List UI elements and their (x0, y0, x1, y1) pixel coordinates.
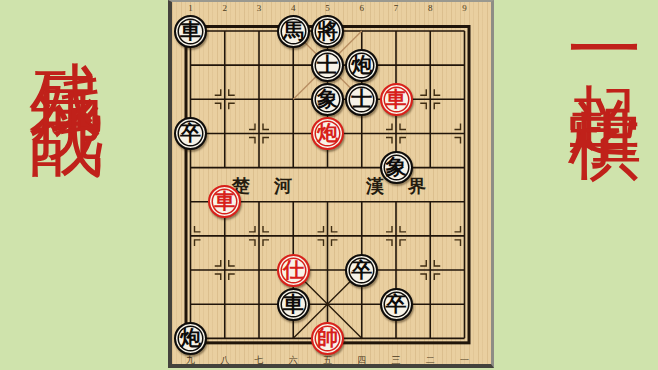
file-label-bottom: 六 (283, 354, 303, 367)
file-label-top: 5 (318, 3, 338, 13)
left-banner-text: 残局挑战 (22, 2, 112, 62)
file-label-top: 1 (181, 3, 201, 13)
river-char-he: 河 (272, 174, 294, 198)
piece-black-cannon[interactable]: 炮 (345, 49, 378, 82)
file-label-bottom: 一 (455, 354, 475, 367)
file-label-bottom: 七 (249, 354, 269, 367)
piece-black-chariot[interactable]: 車 (174, 15, 207, 48)
piece-red-chariot[interactable]: 車 (380, 83, 413, 116)
piece-black-elephant[interactable]: 象 (311, 83, 344, 116)
file-label-top: 4 (283, 3, 303, 13)
file-label-top: 9 (455, 3, 475, 13)
piece-red-general[interactable]: 帥 (311, 322, 344, 355)
file-label-bottom: 二 (420, 354, 440, 367)
file-label-top: 2 (215, 3, 235, 13)
piece-black-cannon[interactable]: 炮 (174, 322, 207, 355)
piece-black-pawn[interactable]: 卒 (345, 254, 378, 287)
piece-black-advisor[interactable]: 士 (311, 49, 344, 82)
file-label-bottom: 五 (318, 354, 338, 367)
piece-black-general[interactable]: 將 (311, 15, 344, 48)
piece-black-elephant[interactable]: 象 (380, 151, 413, 184)
file-label-bottom: 四 (352, 354, 372, 367)
file-label-top: 6 (352, 3, 372, 13)
file-label-bottom: 三 (386, 354, 406, 367)
piece-red-advisor[interactable]: 仕 (277, 254, 310, 287)
file-label-bottom: 九 (181, 354, 201, 367)
file-label-top: 3 (249, 3, 269, 13)
piece-red-cannon[interactable]: 炮 (311, 117, 344, 150)
file-label-top: 7 (386, 3, 406, 13)
file-label-bottom: 八 (215, 354, 235, 367)
right-banner-text: 一起学棋 (560, 12, 650, 64)
piece-black-horse[interactable]: 馬 (277, 15, 310, 48)
scene: 残局挑战 一起学棋 123456789 九八七六五四三二一 楚河漢界 車馬將士炮… (0, 0, 658, 370)
piece-black-pawn[interactable]: 卒 (380, 288, 413, 321)
file-label-top: 8 (420, 3, 440, 13)
piece-black-advisor[interactable]: 士 (345, 83, 378, 116)
piece-black-pawn[interactable]: 卒 (174, 117, 207, 150)
piece-black-chariot[interactable]: 車 (277, 288, 310, 321)
xiangqi-board: 123456789 九八七六五四三二一 楚河漢界 車馬將士炮象士車卒炮象車仕卒車… (168, 0, 494, 368)
